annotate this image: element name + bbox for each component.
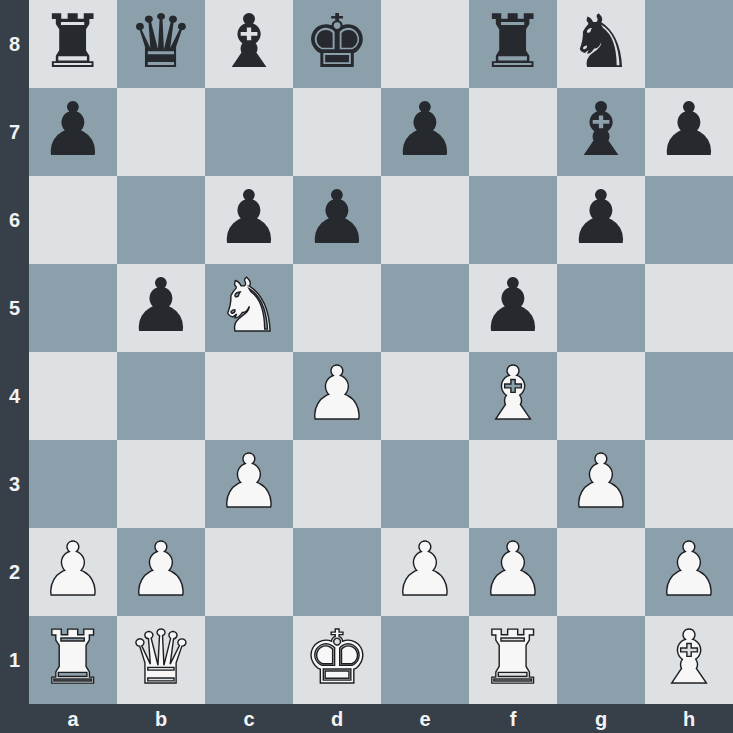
white-pawn-a2[interactable]: ♟ [40, 532, 106, 606]
square-g3[interactable]: ♟ [557, 440, 645, 528]
black-pawn-b5[interactable]: ♟ [128, 268, 194, 342]
square-e8[interactable] [381, 0, 469, 88]
rank-label-8: 8 [0, 0, 29, 88]
white-rook-f1[interactable]: ♜ [480, 620, 546, 694]
square-f2[interactable]: ♟ [469, 528, 557, 616]
square-e1[interactable] [381, 616, 469, 704]
black-pawn-f5[interactable]: ♟ [480, 268, 546, 342]
square-d6[interactable]: ♟ [293, 176, 381, 264]
white-rook-a1[interactable]: ♜ [40, 620, 106, 694]
square-h5[interactable] [645, 264, 733, 352]
black-bishop-c8[interactable]: ♝ [216, 4, 282, 78]
square-e7[interactable]: ♟ [381, 88, 469, 176]
square-g5[interactable] [557, 264, 645, 352]
square-a6[interactable] [29, 176, 117, 264]
black-pawn-e7[interactable]: ♟ [392, 92, 458, 166]
file-label-b: b [117, 704, 205, 733]
square-b2[interactable]: ♟ [117, 528, 205, 616]
square-b4[interactable] [117, 352, 205, 440]
rank-labels: 87654321 [0, 0, 29, 704]
black-rook-a8[interactable]: ♜ [40, 4, 106, 78]
white-queen-b1[interactable]: ♛ [128, 620, 194, 694]
square-f1[interactable]: ♜ [469, 616, 557, 704]
black-pawn-c6[interactable]: ♟ [216, 180, 282, 254]
file-label-c: c [205, 704, 293, 733]
square-a8[interactable]: ♜ [29, 0, 117, 88]
square-f7[interactable] [469, 88, 557, 176]
white-bishop-h1[interactable]: ♝ [656, 620, 722, 694]
square-f4[interactable]: ♝ [469, 352, 557, 440]
white-king-d1[interactable]: ♚ [304, 620, 370, 694]
rank-label-5: 5 [0, 264, 29, 352]
file-label-a: a [29, 704, 117, 733]
white-pawn-g3[interactable]: ♟ [568, 444, 634, 518]
black-pawn-h7[interactable]: ♟ [656, 92, 722, 166]
white-pawn-c3[interactable]: ♟ [216, 444, 282, 518]
white-pawn-f2[interactable]: ♟ [480, 532, 546, 606]
square-b8[interactable]: ♛ [117, 0, 205, 88]
square-b5[interactable]: ♟ [117, 264, 205, 352]
square-f6[interactable] [469, 176, 557, 264]
file-label-e: e [381, 704, 469, 733]
square-a4[interactable] [29, 352, 117, 440]
corner-spacer [0, 704, 29, 733]
square-d4[interactable]: ♟ [293, 352, 381, 440]
square-f8[interactable]: ♜ [469, 0, 557, 88]
rank-label-3: 3 [0, 440, 29, 528]
white-bishop-f4[interactable]: ♝ [480, 356, 546, 430]
black-queen-b8[interactable]: ♛ [128, 4, 194, 78]
square-a1[interactable]: ♜ [29, 616, 117, 704]
square-d8[interactable]: ♚ [293, 0, 381, 88]
black-bishop-g7[interactable]: ♝ [568, 92, 634, 166]
white-pawn-b2[interactable]: ♟ [128, 532, 194, 606]
white-knight-c5[interactable]: ♞ [216, 268, 282, 342]
square-f3[interactable] [469, 440, 557, 528]
square-h2[interactable]: ♟ [645, 528, 733, 616]
rank-label-1: 1 [0, 616, 29, 704]
square-c6[interactable]: ♟ [205, 176, 293, 264]
square-g8[interactable]: ♞ [557, 0, 645, 88]
white-pawn-e2[interactable]: ♟ [392, 532, 458, 606]
white-pawn-d4[interactable]: ♟ [304, 356, 370, 430]
square-g6[interactable]: ♟ [557, 176, 645, 264]
square-a2[interactable]: ♟ [29, 528, 117, 616]
square-c1[interactable] [205, 616, 293, 704]
square-h7[interactable]: ♟ [645, 88, 733, 176]
square-c5[interactable]: ♞ [205, 264, 293, 352]
black-rook-f8[interactable]: ♜ [480, 4, 546, 78]
square-b6[interactable] [117, 176, 205, 264]
square-g7[interactable]: ♝ [557, 88, 645, 176]
file-label-h: h [645, 704, 733, 733]
rank-label-4: 4 [0, 352, 29, 440]
black-king-d8[interactable]: ♚ [304, 4, 370, 78]
square-d5[interactable] [293, 264, 381, 352]
square-a3[interactable] [29, 440, 117, 528]
rank-label-2: 2 [0, 528, 29, 616]
square-c7[interactable] [205, 88, 293, 176]
square-g1[interactable] [557, 616, 645, 704]
square-h8[interactable] [645, 0, 733, 88]
file-label-d: d [293, 704, 381, 733]
square-g4[interactable] [557, 352, 645, 440]
square-d2[interactable] [293, 528, 381, 616]
chess-board[interactable]: ♜♛♝♚♜♞♟♟♝♟♟♟♟♟♞♟♟♝♟♟♟♟♟♟♟♜♛♚♜♝ [29, 0, 733, 704]
rank-label-7: 7 [0, 88, 29, 176]
square-b3[interactable] [117, 440, 205, 528]
square-h3[interactable] [645, 440, 733, 528]
chess-diagram: 87654321 ♜♛♝♚♜♞♟♟♝♟♟♟♟♟♞♟♟♝♟♟♟♟♟♟♟♜♛♚♜♝ … [0, 0, 733, 733]
white-pawn-h2[interactable]: ♟ [656, 532, 722, 606]
rank-label-6: 6 [0, 176, 29, 264]
square-a7[interactable]: ♟ [29, 88, 117, 176]
square-b7[interactable] [117, 88, 205, 176]
square-a5[interactable] [29, 264, 117, 352]
square-e3[interactable] [381, 440, 469, 528]
file-label-g: g [557, 704, 645, 733]
square-c4[interactable] [205, 352, 293, 440]
file-label-f: f [469, 704, 557, 733]
file-labels: abcdefgh [29, 704, 733, 733]
square-d7[interactable] [293, 88, 381, 176]
square-b1[interactable]: ♛ [117, 616, 205, 704]
square-c8[interactable]: ♝ [205, 0, 293, 88]
square-h4[interactable] [645, 352, 733, 440]
square-e5[interactable] [381, 264, 469, 352]
square-e6[interactable] [381, 176, 469, 264]
black-pawn-d6[interactable]: ♟ [304, 180, 370, 254]
square-c3[interactable]: ♟ [205, 440, 293, 528]
square-f5[interactable]: ♟ [469, 264, 557, 352]
square-d3[interactable] [293, 440, 381, 528]
square-e4[interactable] [381, 352, 469, 440]
square-d1[interactable]: ♚ [293, 616, 381, 704]
square-c2[interactable] [205, 528, 293, 616]
square-e2[interactable]: ♟ [381, 528, 469, 616]
square-g2[interactable] [557, 528, 645, 616]
square-h1[interactable]: ♝ [645, 616, 733, 704]
square-h6[interactable] [645, 176, 733, 264]
black-pawn-g6[interactable]: ♟ [568, 180, 634, 254]
black-pawn-a7[interactable]: ♟ [40, 92, 106, 166]
black-knight-g8[interactable]: ♞ [568, 4, 634, 78]
